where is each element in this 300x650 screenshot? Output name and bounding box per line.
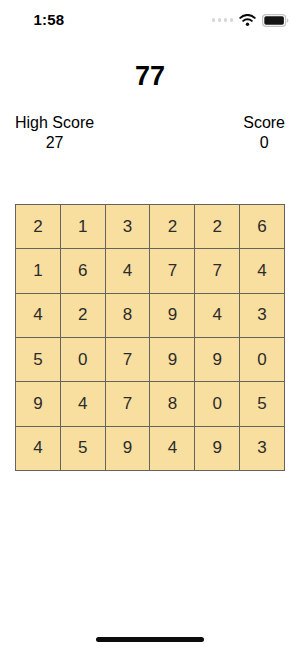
status-time: 1:58 [27,11,71,28]
home-indicator[interactable] [96,637,204,642]
grid-cell[interactable]: 7 [106,382,150,425]
grid-cell[interactable]: 3 [240,294,284,337]
grid-cell[interactable]: 7 [106,338,150,381]
score-block: Score 0 [243,113,285,153]
grid-cell[interactable]: 8 [106,294,150,337]
grid-cell[interactable]: 1 [61,205,105,248]
high-score-value: 27 [15,133,94,153]
grid-cell[interactable]: 4 [61,382,105,425]
grid-cell[interactable]: 3 [240,427,284,470]
grid-cell[interactable]: 4 [240,249,284,292]
grid-cell[interactable]: 4 [16,294,60,337]
high-score-block: High Score 27 [15,113,94,153]
grid-cell[interactable]: 9 [150,294,194,337]
score-label: Score [243,113,285,133]
grid-cell[interactable]: 2 [150,205,194,248]
wifi-icon [239,14,256,26]
grid-cell[interactable]: 4 [16,427,60,470]
grid-cell[interactable]: 2 [61,294,105,337]
target-number: 77 [0,61,300,92]
grid-cell[interactable]: 9 [106,427,150,470]
grid-cell[interactable]: 0 [61,338,105,381]
grid-cell[interactable]: 5 [16,338,60,381]
grid-cell[interactable]: 2 [16,205,60,248]
grid-cell[interactable]: 5 [61,427,105,470]
grid-cell[interactable]: 7 [195,249,239,292]
cellular-signal-icon [212,18,234,22]
status-bar: 1:58 [0,0,300,44]
grid-cell[interactable]: 0 [240,338,284,381]
status-icons [212,13,290,27]
score-panel: High Score 27 Score 0 [0,113,300,153]
number-grid: 213226164774428943507990947805459493 [15,204,285,471]
battery-icon [262,14,289,27]
grid-cell[interactable]: 9 [150,338,194,381]
grid-cell[interactable]: 9 [195,427,239,470]
grid-cell[interactable]: 1 [16,249,60,292]
grid-cell[interactable]: 4 [195,294,239,337]
grid-cell[interactable]: 4 [106,249,150,292]
grid-cell[interactable]: 6 [240,205,284,248]
high-score-label: High Score [15,113,94,133]
grid-cell[interactable]: 3 [106,205,150,248]
grid-cell[interactable]: 2 [195,205,239,248]
grid-cell[interactable]: 0 [195,382,239,425]
grid-cell[interactable]: 5 [240,382,284,425]
grid-cell[interactable]: 9 [195,338,239,381]
grid-cell[interactable]: 9 [16,382,60,425]
grid-cell[interactable]: 7 [150,249,194,292]
grid-cell[interactable]: 8 [150,382,194,425]
score-value: 0 [243,133,285,153]
grid-cell[interactable]: 6 [61,249,105,292]
grid-cell[interactable]: 4 [150,427,194,470]
